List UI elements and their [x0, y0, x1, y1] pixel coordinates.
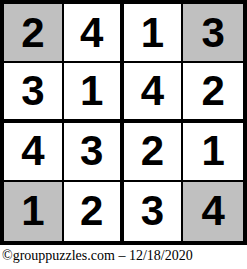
cell-r3c2: 3 — [64, 123, 124, 182]
cell-r3c4: 1 — [183, 123, 243, 182]
sudoku-board: 2413314243211234 — [0, 0, 247, 245]
cell-r4c4: 4 — [183, 182, 243, 241]
cell-r1c4: 3 — [183, 4, 243, 63]
cell-r3c3: 2 — [124, 123, 184, 182]
cell-r1c2: 4 — [64, 4, 124, 63]
cell-r2c2: 1 — [64, 63, 124, 122]
cell-r1c1: 2 — [4, 4, 64, 63]
credit-text: ©grouppuzzles.com – 12/18/2020 — [2, 248, 193, 263]
cell-r1c3: 1 — [124, 4, 184, 63]
cell-r2c3: 4 — [124, 63, 184, 122]
cell-r2c1: 3 — [4, 63, 64, 122]
puzzle-image: 2413314243211234 ©grouppuzzles.com – 12/… — [0, 0, 247, 269]
cell-r2c4: 2 — [183, 63, 243, 122]
cell-r4c1: 1 — [4, 182, 64, 241]
cell-r4c2: 2 — [64, 182, 124, 241]
cell-r4c3: 3 — [124, 182, 184, 241]
credit-line: ©grouppuzzles.com – 12/18/2020 — [2, 248, 193, 264]
cell-r3c1: 4 — [4, 123, 64, 182]
